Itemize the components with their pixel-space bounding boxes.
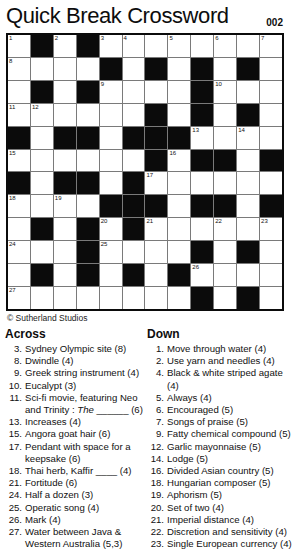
black-cell [237, 58, 259, 80]
grid-cell[interactable] [100, 150, 122, 172]
black-cell [77, 35, 99, 57]
clue-number: 1. [147, 343, 164, 355]
cell-number: 15 [9, 150, 16, 157]
grid-cell[interactable] [237, 195, 259, 217]
black-cell [8, 127, 30, 149]
black-cell [260, 195, 282, 217]
grid-cell[interactable]: 9 [100, 81, 122, 103]
clue-text: Greek string instrument (4) [25, 367, 147, 379]
clue-number: 13. [5, 416, 22, 428]
clue-text: Half a dozen (3) [25, 489, 147, 501]
clue-number: 8. [5, 355, 22, 367]
grid-cell[interactable] [31, 172, 53, 194]
clue-number: 10. [5, 380, 22, 392]
across-heading: Across [5, 327, 147, 341]
black-cell [191, 195, 213, 217]
down-heading: Down [147, 327, 297, 341]
grid-cell[interactable]: 21 [145, 218, 167, 240]
grid-cell[interactable] [145, 35, 167, 57]
clue-item: 2.Use yarn and needles (4) [147, 355, 297, 367]
clue-text: Always (4) [167, 392, 297, 404]
black-cell [168, 127, 190, 149]
grid-cell[interactable] [260, 81, 282, 103]
black-cell [168, 264, 190, 286]
cell-number: 19 [55, 195, 62, 202]
grid-cell[interactable] [168, 287, 190, 309]
grid-cell[interactable]: 15 [8, 150, 30, 172]
grid-cell[interactable]: 13 [191, 127, 213, 149]
clue-text: Aphorism (5) [167, 489, 297, 501]
grid-cell[interactable] [77, 287, 99, 309]
clue-item: 18.Thai herb, Kaffir ____ (4) [5, 465, 147, 477]
grid-cell[interactable]: 11 [8, 104, 30, 126]
clue-text: Sci-fi movie, featuring Neo and Trinity … [25, 392, 147, 416]
cell-number: 16 [169, 150, 176, 157]
clue-text: Fatty chemical compound (5) [167, 428, 297, 440]
clue-text: Angora goat hair (6) [25, 428, 147, 440]
cell-number: 6 [215, 35, 218, 42]
clue-item: 13.Increases (4) [5, 416, 147, 428]
cell-number: 9 [101, 81, 104, 88]
grid-cell[interactable]: 20 [100, 218, 122, 240]
grid-cell[interactable]: 4 [123, 35, 145, 57]
clue-number: 7. [147, 416, 164, 428]
clue-item: 18.Hungarian composer (5) [147, 477, 297, 489]
black-cell [123, 195, 145, 217]
clue-item: 15.Angora goat hair (6) [5, 428, 147, 440]
grid-cell[interactable] [54, 81, 76, 103]
clue-number: 4. [147, 367, 164, 391]
black-cell [145, 127, 167, 149]
black-cell [77, 264, 99, 286]
clue-text: Water between Java & Western Australia (… [25, 526, 147, 550]
grid-cell[interactable] [191, 172, 213, 194]
clue-item: 22.Discretion and sensitivity (4) [147, 526, 297, 538]
cell-number: 13 [192, 127, 199, 134]
grid-cell[interactable] [260, 58, 282, 80]
clue-number: 9. [5, 367, 22, 379]
clue-item: 4.Black & white striped agate (4) [147, 367, 297, 391]
cell-number: 25 [101, 241, 108, 248]
clue-number: 14. [147, 453, 164, 465]
black-cell [31, 81, 53, 103]
clue-text: Thai herb, Kaffir ____ (4) [25, 465, 147, 477]
clue-number: 12. [147, 441, 164, 453]
clue-item: 21.Imperial distance (4) [147, 514, 297, 526]
clue-text: Mark (4) [25, 514, 147, 526]
clue-number: 24. [5, 489, 22, 501]
grid-cell[interactable] [145, 81, 167, 103]
clue-text: Set of two (4) [167, 502, 297, 514]
clue-text: Encouraged (5) [167, 404, 297, 416]
grid-cell[interactable] [214, 287, 236, 309]
grid-cell[interactable]: 17 [145, 172, 167, 194]
clue-item: 14.Lodge (5) [147, 453, 297, 465]
cell-number: 18 [9, 195, 16, 202]
black-cell [77, 127, 99, 149]
cell-number: 14 [238, 127, 245, 134]
black-cell [145, 150, 167, 172]
grid-cell[interactable] [168, 241, 190, 263]
clue-number: 18. [5, 465, 22, 477]
clue-item: 26.Mark (4) [5, 514, 147, 526]
clue-number: 21. [5, 477, 22, 489]
grid-cell[interactable] [77, 58, 99, 80]
clue-number: 9. [147, 428, 164, 440]
black-cell [123, 218, 145, 240]
clue-item: 24.Half a dozen (3) [5, 489, 147, 501]
grid-cell[interactable] [214, 127, 236, 149]
grid-cell[interactable]: 7 [260, 35, 282, 57]
grid-cell[interactable] [123, 81, 145, 103]
grid-cell[interactable] [100, 172, 122, 194]
grid-cell[interactable] [100, 264, 122, 286]
clue-number: 21. [147, 514, 164, 526]
grid-cell[interactable]: 18 [8, 195, 30, 217]
down-clues-section: Down 1.Move through water (4)2.Use yarn … [147, 327, 297, 550]
black-cell [191, 287, 213, 309]
grid-cell[interactable] [8, 218, 30, 240]
cell-number: 1 [9, 35, 12, 42]
clue-number: 23. [147, 538, 164, 550]
black-cell [191, 58, 213, 80]
grid-cell[interactable] [260, 241, 282, 263]
across-clues-section: Across 3.Sydney Olympic site (8)8.Dwindl… [5, 327, 147, 550]
clue-number: 15. [5, 428, 22, 440]
clue-text: Imperial distance (4) [167, 514, 297, 526]
grid-cell[interactable] [123, 104, 145, 126]
grid-cell[interactable]: 5 [168, 35, 190, 57]
grid-cell[interactable] [168, 81, 190, 103]
grid-cell[interactable] [191, 218, 213, 240]
cell-number: 20 [101, 218, 108, 225]
grid-cell[interactable] [54, 58, 76, 80]
grid-cell[interactable] [168, 195, 190, 217]
grid-cell[interactable] [31, 287, 53, 309]
grid-cell[interactable]: 1 [8, 35, 30, 57]
grid-cell[interactable] [168, 218, 190, 240]
grid-cell[interactable]: 8 [8, 58, 30, 80]
grid-cell[interactable] [168, 172, 190, 194]
puzzle-title: Quick Break Crossword [6, 3, 229, 29]
grid-cell[interactable] [31, 127, 53, 149]
cell-number: 5 [169, 35, 172, 42]
cell-number: 7 [261, 35, 264, 42]
crossword-grid: 1234567891011121314151617181920212223242… [6, 33, 284, 311]
down-clue-list: 1.Move through water (4)2.Use yarn and n… [147, 343, 297, 550]
black-cell [77, 81, 99, 103]
clue-number: 25. [5, 502, 22, 514]
cell-number: 24 [9, 241, 16, 248]
grid-cell[interactable] [8, 81, 30, 103]
clue-text: Dwindle (4) [25, 355, 147, 367]
clue-item: 3.Sydney Olympic site (8) [5, 343, 147, 355]
clue-text: Single European currency (4) [167, 538, 297, 550]
clue-item: 19.Aphorism (5) [147, 489, 297, 501]
black-cell [145, 195, 167, 217]
black-cell [77, 172, 99, 194]
grid-cell[interactable] [145, 241, 167, 263]
grid-cell[interactable]: 2 [54, 35, 76, 57]
grid-cell[interactable] [100, 127, 122, 149]
grid-cell[interactable] [237, 264, 259, 286]
grid-cell[interactable] [260, 264, 282, 286]
grid-cell[interactable] [54, 241, 76, 263]
copyright-notice: © Sutherland Studios [7, 313, 87, 323]
clue-text: Songs of praise (5) [167, 416, 297, 428]
cell-number: 11 [9, 104, 15, 111]
black-cell [31, 264, 53, 286]
grid-cell[interactable] [260, 104, 282, 126]
grid-cell[interactable] [8, 264, 30, 286]
grid-cell[interactable] [31, 58, 53, 80]
black-cell [214, 150, 236, 172]
black-cell [54, 127, 76, 149]
clue-item: 21.Fortitude (6) [5, 477, 147, 489]
clue-text: Use yarn and needles (4) [167, 355, 297, 367]
cell-number: 10 [215, 81, 222, 88]
clue-number: 5. [147, 392, 164, 404]
clue-number: 16. [147, 465, 164, 477]
cell-number: 21 [146, 218, 153, 225]
grid-cell[interactable] [237, 218, 259, 240]
grid-cell[interactable] [123, 150, 145, 172]
grid-cell[interactable]: 3 [100, 35, 122, 57]
grid-cell[interactable]: 25 [100, 241, 122, 263]
clue-item: 23.Single European currency (4) [147, 538, 297, 550]
clue-text: Garlic mayonnaise (5) [167, 441, 297, 453]
grid-cell[interactable]: 10 [214, 81, 236, 103]
grid-cell[interactable] [214, 264, 236, 286]
clue-number: 6. [147, 404, 164, 416]
clue-item: 7.Songs of praise (5) [147, 416, 297, 428]
cell-number: 12 [32, 104, 39, 111]
black-cell [77, 218, 99, 240]
grid-cell[interactable]: 24 [8, 241, 30, 263]
clue-text: Black & white striped agate (4) [167, 367, 297, 391]
clue-text: Divided Asian country (5) [167, 465, 297, 477]
puzzle-number: 002 [266, 17, 283, 28]
clue-item: 11.Sci-fi movie, featuring Neo and Trini… [5, 392, 147, 416]
clue-text: Fortitude (6) [25, 477, 147, 489]
black-cell [123, 127, 145, 149]
black-cell [31, 218, 53, 240]
grid-cell[interactable] [54, 287, 76, 309]
grid-cell[interactable] [54, 150, 76, 172]
cell-number: 17 [146, 172, 153, 179]
clue-item: 9.Fatty chemical compound (5) [147, 428, 297, 440]
black-cell [191, 81, 213, 103]
grid-cell[interactable]: 14 [237, 127, 259, 149]
grid-cell[interactable] [145, 264, 167, 286]
clue-item: 5.Always (4) [147, 392, 297, 404]
clue-number: 27. [5, 526, 22, 550]
black-cell [191, 150, 213, 172]
clue-number: 2. [147, 355, 164, 367]
grid-cell[interactable] [214, 58, 236, 80]
black-cell [260, 150, 282, 172]
grid-cell[interactable]: 12 [31, 104, 53, 126]
cell-number: 8 [9, 58, 12, 65]
cell-number: 27 [9, 287, 16, 294]
clue-number: 3. [5, 343, 22, 355]
cell-number: 3 [101, 35, 104, 42]
grid-cell[interactable] [31, 195, 53, 217]
grid-cell[interactable]: 27 [8, 287, 30, 309]
black-cell [191, 104, 213, 126]
clue-number: 22. [147, 526, 164, 538]
crossword-page: Quick Break Crossword 002 12345678910111… [0, 0, 300, 556]
cell-number: 26 [192, 264, 199, 271]
grid-cell[interactable]: 26 [191, 264, 213, 286]
grid-cell[interactable] [54, 218, 76, 240]
across-clue-list: 3.Sydney Olympic site (8)8.Dwindle (4)9.… [5, 343, 147, 550]
grid-cell[interactable] [237, 172, 259, 194]
clue-text: Lodge (5) [167, 453, 297, 465]
black-cell [191, 241, 213, 263]
clue-text: Eucalypt (3) [25, 380, 147, 392]
black-cell [237, 104, 259, 126]
cell-number: 2 [55, 35, 58, 42]
grid-cell[interactable] [123, 287, 145, 309]
grid-cell[interactable]: 19 [54, 195, 76, 217]
grid-cell[interactable]: 23 [260, 218, 282, 240]
clue-item: 17.Pendant with space for a keepsake (6) [5, 441, 147, 465]
clue-number: 18. [147, 477, 164, 489]
grid-cell[interactable] [123, 241, 145, 263]
black-cell [54, 172, 76, 194]
black-cell [123, 172, 145, 194]
black-cell [237, 241, 259, 263]
black-cell [214, 195, 236, 217]
clue-text: Pendant with space for a keepsake (6) [25, 441, 147, 465]
black-cell [123, 264, 145, 286]
clue-item: 1.Move through water (4) [147, 343, 297, 355]
cell-number: 23 [261, 218, 268, 225]
grid-cell[interactable] [77, 195, 99, 217]
clue-text: Move through water (4) [167, 343, 297, 355]
grid-cell[interactable] [260, 172, 282, 194]
grid-cell[interactable] [77, 150, 99, 172]
clue-number: 11. [5, 392, 22, 416]
grid-cell[interactable] [100, 104, 122, 126]
grid-cell[interactable] [54, 104, 76, 126]
cell-number: 22 [215, 218, 222, 225]
black-cell [77, 241, 99, 263]
black-cell [100, 58, 122, 80]
cell-number: 4 [124, 35, 127, 42]
grid-cell[interactable] [168, 104, 190, 126]
clue-number: 26. [5, 514, 22, 526]
black-cell [8, 172, 30, 194]
clue-item: 8.Dwindle (4) [5, 355, 147, 367]
grid-cell[interactable] [191, 35, 213, 57]
grid-cell[interactable] [77, 104, 99, 126]
clue-item: 27.Water between Java & Western Australi… [5, 526, 147, 550]
black-cell [100, 195, 122, 217]
grid-cell[interactable] [31, 150, 53, 172]
grid-cell[interactable]: 16 [168, 150, 190, 172]
grid-cell[interactable] [145, 287, 167, 309]
clue-item: 6.Encouraged (5) [147, 404, 297, 416]
grid-cell[interactable] [237, 35, 259, 57]
clue-text: Discretion and sensitivity (4) [167, 526, 297, 538]
clue-item: 25.Operatic song (4) [5, 502, 147, 514]
grid-cell[interactable] [214, 241, 236, 263]
clue-text: Operatic song (4) [25, 502, 147, 514]
grid-cell[interactable] [123, 58, 145, 80]
grid-cell[interactable]: 22 [214, 218, 236, 240]
grid-cell[interactable] [214, 104, 236, 126]
clue-number: 19. [147, 489, 164, 501]
grid-cell[interactable] [31, 241, 53, 263]
grid-cell[interactable]: 6 [214, 35, 236, 57]
grid-cell[interactable] [260, 127, 282, 149]
grid-cell[interactable] [214, 172, 236, 194]
clue-text: Hungarian composer (5) [167, 477, 297, 489]
black-cell [31, 35, 53, 57]
clue-item: 12.Garlic mayonnaise (5) [147, 441, 297, 453]
clue-item: 20.Set of two (4) [147, 502, 297, 514]
clue-number: 20. [147, 502, 164, 514]
clue-item: 10.Eucalypt (3) [5, 380, 147, 392]
grid-cell[interactable] [260, 287, 282, 309]
clue-text: Sydney Olympic site (8) [25, 343, 147, 355]
grid-cell[interactable] [54, 264, 76, 286]
grid-cell[interactable] [237, 81, 259, 103]
black-cell [237, 287, 259, 309]
black-cell [145, 58, 167, 80]
clue-number: 17. [5, 441, 22, 465]
clue-item: 9.Greek string instrument (4) [5, 367, 147, 379]
black-cell [145, 104, 167, 126]
clue-text: Increases (4) [25, 416, 147, 428]
grid-cell[interactable] [100, 287, 122, 309]
clue-item: 16.Divided Asian country (5) [147, 465, 297, 477]
grid-cell[interactable] [168, 58, 190, 80]
grid-cell[interactable] [237, 150, 259, 172]
